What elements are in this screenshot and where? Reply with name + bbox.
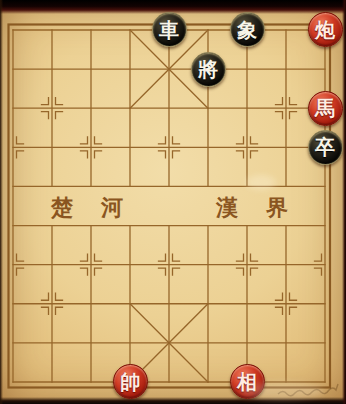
red-cannon-glyph: 炮 [315, 20, 335, 40]
black-general-glyph: 將 [198, 59, 218, 79]
pieces-layer[interactable]: 車象炮將馬卒帥相 [0, 10, 345, 401]
red-elephant[interactable]: 相 [230, 364, 265, 399]
red-horse[interactable]: 馬 [308, 91, 343, 126]
black-chariot[interactable]: 車 [152, 12, 187, 47]
red-general[interactable]: 帥 [113, 364, 148, 399]
black-elephant-glyph: 象 [237, 20, 257, 40]
black-elephant[interactable]: 象 [230, 12, 265, 47]
black-chariot-glyph: 車 [159, 20, 179, 40]
black-soldier-glyph: 卒 [315, 137, 335, 157]
red-elephant-glyph: 相 [237, 372, 257, 392]
black-general[interactable]: 將 [191, 52, 226, 87]
red-cannon[interactable]: 炮 [308, 12, 343, 47]
red-general-glyph: 帥 [120, 372, 140, 392]
black-soldier[interactable]: 卒 [308, 130, 343, 165]
red-horse-glyph: 馬 [315, 98, 335, 118]
xiangqi-board-screenshot: 楚 河 漢 界 車象炮將馬卒帥相 [0, 0, 346, 404]
